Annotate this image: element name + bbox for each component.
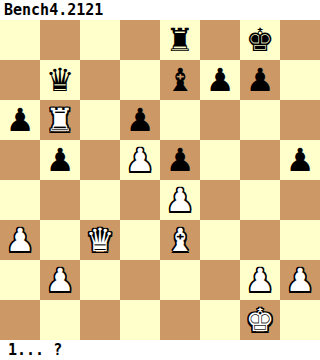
square-e7[interactable]: ♝ — [160, 60, 200, 100]
piece-black-bishop[interactable]: ♝ — [166, 60, 195, 100]
square-h8[interactable] — [280, 20, 320, 60]
square-e5[interactable]: ♟ — [160, 140, 200, 180]
square-a7[interactable] — [0, 60, 40, 100]
piece-black-pawn[interactable]: ♟ — [6, 100, 35, 140]
piece-white-pawn[interactable]: ♟ — [46, 260, 75, 300]
piece-white-queen[interactable]: ♛ — [86, 220, 115, 260]
square-g3[interactable] — [240, 220, 280, 260]
square-c2[interactable] — [80, 260, 120, 300]
square-f5[interactable] — [200, 140, 240, 180]
square-c1[interactable] — [80, 300, 120, 340]
piece-white-bishop[interactable]: ♝ — [166, 220, 195, 260]
piece-white-pawn[interactable]: ♟ — [166, 180, 195, 220]
page-title: Bench4.2121 — [0, 0, 320, 20]
square-e8[interactable]: ♜ — [160, 20, 200, 60]
square-e2[interactable] — [160, 260, 200, 300]
square-h2[interactable]: ♟ — [280, 260, 320, 300]
square-g4[interactable] — [240, 180, 280, 220]
square-f3[interactable] — [200, 220, 240, 260]
square-a1[interactable] — [0, 300, 40, 340]
piece-white-pawn[interactable]: ♟ — [246, 260, 275, 300]
square-a2[interactable] — [0, 260, 40, 300]
square-d5[interactable]: ♟ — [120, 140, 160, 180]
piece-white-pawn[interactable]: ♟ — [286, 260, 315, 300]
square-b7[interactable]: ♛ — [40, 60, 80, 100]
square-f8[interactable] — [200, 20, 240, 60]
square-c7[interactable] — [80, 60, 120, 100]
square-g1[interactable]: ♚ — [240, 300, 280, 340]
piece-white-pawn[interactable]: ♟ — [6, 220, 35, 260]
square-d7[interactable] — [120, 60, 160, 100]
piece-black-pawn[interactable]: ♟ — [46, 140, 75, 180]
square-f6[interactable] — [200, 100, 240, 140]
square-d6[interactable]: ♟ — [120, 100, 160, 140]
square-b3[interactable] — [40, 220, 80, 260]
piece-black-rook[interactable]: ♜ — [166, 20, 195, 60]
square-g2[interactable]: ♟ — [240, 260, 280, 300]
square-c6[interactable] — [80, 100, 120, 140]
square-b4[interactable] — [40, 180, 80, 220]
square-h3[interactable] — [280, 220, 320, 260]
square-a3[interactable]: ♟ — [0, 220, 40, 260]
square-c8[interactable] — [80, 20, 120, 60]
square-f2[interactable] — [200, 260, 240, 300]
square-g8[interactable]: ♚ — [240, 20, 280, 60]
square-h5[interactable]: ♟ — [280, 140, 320, 180]
square-g7[interactable]: ♟ — [240, 60, 280, 100]
square-e3[interactable]: ♝ — [160, 220, 200, 260]
square-c4[interactable] — [80, 180, 120, 220]
piece-white-pawn[interactable]: ♟ — [126, 140, 155, 180]
piece-white-rook[interactable]: ♜ — [46, 100, 75, 140]
square-h6[interactable] — [280, 100, 320, 140]
piece-white-king[interactable]: ♚ — [246, 300, 275, 340]
square-h4[interactable] — [280, 180, 320, 220]
piece-black-king[interactable]: ♚ — [246, 20, 275, 60]
square-f7[interactable]: ♟ — [200, 60, 240, 100]
piece-black-pawn[interactable]: ♟ — [126, 100, 155, 140]
piece-black-pawn[interactable]: ♟ — [286, 140, 315, 180]
square-d2[interactable] — [120, 260, 160, 300]
square-b8[interactable] — [40, 20, 80, 60]
square-f4[interactable] — [200, 180, 240, 220]
square-b5[interactable]: ♟ — [40, 140, 80, 180]
square-b6[interactable]: ♜ — [40, 100, 80, 140]
square-d4[interactable] — [120, 180, 160, 220]
square-h1[interactable] — [280, 300, 320, 340]
chess-board: ♜♚♛♝♟♟♟♜♟♟♟♟♟♟♟♛♝♟♟♟♚ — [0, 20, 320, 340]
square-a8[interactable] — [0, 20, 40, 60]
piece-black-pawn[interactable]: ♟ — [246, 60, 275, 100]
square-h7[interactable] — [280, 60, 320, 100]
square-f1[interactable] — [200, 300, 240, 340]
square-d1[interactable] — [120, 300, 160, 340]
square-a6[interactable]: ♟ — [0, 100, 40, 140]
piece-black-pawn[interactable]: ♟ — [166, 140, 195, 180]
square-d3[interactable] — [120, 220, 160, 260]
square-c3[interactable]: ♛ — [80, 220, 120, 260]
square-d8[interactable] — [120, 20, 160, 60]
square-b2[interactable]: ♟ — [40, 260, 80, 300]
square-g5[interactable] — [240, 140, 280, 180]
piece-black-pawn[interactable]: ♟ — [206, 60, 235, 100]
square-c5[interactable] — [80, 140, 120, 180]
square-a4[interactable] — [0, 180, 40, 220]
square-e1[interactable] — [160, 300, 200, 340]
square-e6[interactable] — [160, 100, 200, 140]
square-a5[interactable] — [0, 140, 40, 180]
square-e4[interactable]: ♟ — [160, 180, 200, 220]
square-b1[interactable] — [40, 300, 80, 340]
move-prompt: 1... ? — [0, 340, 320, 360]
square-g6[interactable] — [240, 100, 280, 140]
piece-black-queen[interactable]: ♛ — [46, 60, 75, 100]
